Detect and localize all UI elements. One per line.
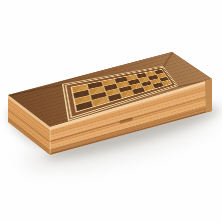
latch-notch (119, 117, 133, 123)
product-photo-stage (0, 0, 222, 222)
